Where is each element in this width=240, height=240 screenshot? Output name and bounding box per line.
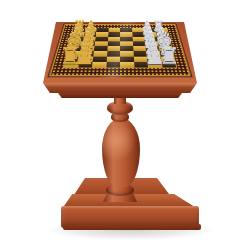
square-h6 <box>134 62 148 68</box>
chess-table-photo: ♜♟♟♜♞♟♟♞♝♟♟♝♛♟♟♛♚♟♟♚♝♟♟♝♞♟♟♞♜♟♟♜ <box>0 0 240 240</box>
square-h5 <box>120 62 134 68</box>
chessboard <box>51 25 189 75</box>
square-h2 <box>78 62 93 68</box>
pedestal-vase-bulb <box>102 118 140 188</box>
tabletop-apron <box>43 83 197 93</box>
square-h7 <box>147 62 162 68</box>
square-h3 <box>92 62 106 68</box>
base-bottom-lip <box>63 224 201 230</box>
square-h8 <box>161 62 176 68</box>
square-h4 <box>106 62 120 68</box>
tabletop-under-lip <box>58 93 182 98</box>
square-h1 <box>64 62 79 68</box>
chessboard-grid <box>64 28 176 67</box>
